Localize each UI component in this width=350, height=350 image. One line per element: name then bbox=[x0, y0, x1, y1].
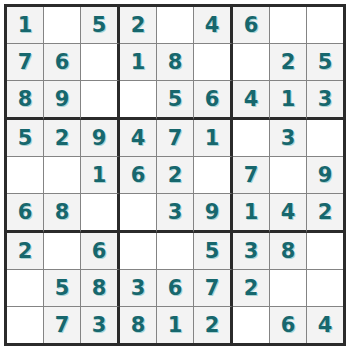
cell-r8c2: 5 bbox=[44, 270, 81, 307]
cell-r2c2: 6 bbox=[44, 44, 81, 81]
cell-r1c6: 4 bbox=[194, 7, 233, 44]
cell-r5c5: 2 bbox=[157, 157, 194, 194]
cell-r3c8: 1 bbox=[270, 81, 307, 120]
cell-r6c6: 9 bbox=[194, 194, 233, 233]
cell-r4c7[interactable] bbox=[233, 120, 270, 157]
cell-r8c1[interactable] bbox=[7, 270, 44, 307]
cell-r7c4[interactable] bbox=[120, 233, 157, 270]
cell-r1c3: 5 bbox=[81, 7, 120, 44]
cell-r3c3[interactable] bbox=[81, 81, 120, 120]
cell-r9c3: 3 bbox=[81, 307, 120, 343]
cell-r7c5[interactable] bbox=[157, 233, 194, 270]
cell-r3c9: 3 bbox=[307, 81, 343, 120]
cell-r4c4: 4 bbox=[120, 120, 157, 157]
cell-r7c2[interactable] bbox=[44, 233, 81, 270]
cell-r1c9[interactable] bbox=[307, 7, 343, 44]
cell-r7c7: 3 bbox=[233, 233, 270, 270]
cell-r8c4: 3 bbox=[120, 270, 157, 307]
cell-r8c9[interactable] bbox=[307, 270, 343, 307]
cell-r1c5[interactable] bbox=[157, 7, 194, 44]
cell-r6c8: 4 bbox=[270, 194, 307, 233]
cell-r7c6: 5 bbox=[194, 233, 233, 270]
cell-r9c1[interactable] bbox=[7, 307, 44, 343]
cell-r1c7: 6 bbox=[233, 7, 270, 44]
cell-r3c5: 5 bbox=[157, 81, 194, 120]
cell-r8c6: 7 bbox=[194, 270, 233, 307]
cell-r2c4: 1 bbox=[120, 44, 157, 81]
cell-r8c7: 2 bbox=[233, 270, 270, 307]
cell-r9c2: 7 bbox=[44, 307, 81, 343]
cell-r2c9: 5 bbox=[307, 44, 343, 81]
cell-r5c7: 7 bbox=[233, 157, 270, 194]
cell-r5c8[interactable] bbox=[270, 157, 307, 194]
cell-r9c5: 1 bbox=[157, 307, 194, 343]
cell-r7c9[interactable] bbox=[307, 233, 343, 270]
cell-r8c3: 8 bbox=[81, 270, 120, 307]
cell-r1c8[interactable] bbox=[270, 7, 307, 44]
cell-r3c7: 4 bbox=[233, 81, 270, 120]
cell-r6c5: 3 bbox=[157, 194, 194, 233]
cell-r2c5: 8 bbox=[157, 44, 194, 81]
cell-r3c2: 9 bbox=[44, 81, 81, 120]
cell-r4c1: 5 bbox=[7, 120, 44, 157]
cell-r6c4[interactable] bbox=[120, 194, 157, 233]
cell-r6c9: 2 bbox=[307, 194, 343, 233]
cell-r9c6: 2 bbox=[194, 307, 233, 343]
cell-r8c5: 6 bbox=[157, 270, 194, 307]
cell-r1c2[interactable] bbox=[44, 7, 81, 44]
cell-r2c7[interactable] bbox=[233, 44, 270, 81]
cell-r6c2: 8 bbox=[44, 194, 81, 233]
cell-r2c1: 7 bbox=[7, 44, 44, 81]
cell-r7c8: 8 bbox=[270, 233, 307, 270]
cell-r4c9[interactable] bbox=[307, 120, 343, 157]
cell-r4c5: 7 bbox=[157, 120, 194, 157]
cell-r6c3[interactable] bbox=[81, 194, 120, 233]
cell-r5c3: 1 bbox=[81, 157, 120, 194]
cell-r2c3[interactable] bbox=[81, 44, 120, 81]
cell-r4c6: 1 bbox=[194, 120, 233, 157]
cell-r7c3: 6 bbox=[81, 233, 120, 270]
cell-r5c4: 6 bbox=[120, 157, 157, 194]
cell-r5c2[interactable] bbox=[44, 157, 81, 194]
cell-r3c6: 6 bbox=[194, 81, 233, 120]
cell-r3c1: 8 bbox=[7, 81, 44, 120]
cell-r9c7[interactable] bbox=[233, 307, 270, 343]
cell-r5c1[interactable] bbox=[7, 157, 44, 194]
cell-r8c8[interactable] bbox=[270, 270, 307, 307]
cell-r1c1: 1 bbox=[7, 7, 44, 44]
cell-r2c6[interactable] bbox=[194, 44, 233, 81]
cell-r4c2: 2 bbox=[44, 120, 81, 157]
cell-r9c4: 8 bbox=[120, 307, 157, 343]
cell-r7c1: 2 bbox=[7, 233, 44, 270]
cell-r3c4[interactable] bbox=[120, 81, 157, 120]
cell-r2c8: 2 bbox=[270, 44, 307, 81]
sudoku-board: 1524676182589564135294713162796839142265… bbox=[4, 4, 346, 346]
cell-r4c8: 3 bbox=[270, 120, 307, 157]
cell-r1c4: 2 bbox=[120, 7, 157, 44]
cell-r4c3: 9 bbox=[81, 120, 120, 157]
cell-r9c9: 4 bbox=[307, 307, 343, 343]
cell-r5c6[interactable] bbox=[194, 157, 233, 194]
cell-r5c9: 9 bbox=[307, 157, 343, 194]
cell-r6c7: 1 bbox=[233, 194, 270, 233]
cell-r9c8: 6 bbox=[270, 307, 307, 343]
cell-r6c1: 6 bbox=[7, 194, 44, 233]
